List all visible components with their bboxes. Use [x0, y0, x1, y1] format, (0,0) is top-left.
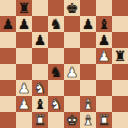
square-g8[interactable]: [96, 0, 112, 16]
piece-white-bishop[interactable]: ♝: [82, 96, 95, 112]
square-a1[interactable]: [0, 112, 16, 128]
square-e7[interactable]: [64, 16, 80, 32]
piece-black-knight[interactable]: ♞: [50, 16, 63, 32]
square-h1[interactable]: [112, 112, 128, 128]
square-c6[interactable]: ♟: [32, 32, 48, 48]
square-f3[interactable]: [80, 80, 96, 96]
square-g4[interactable]: [96, 64, 112, 80]
piece-black-pawn[interactable]: ♟: [18, 16, 31, 32]
square-f1[interactable]: ♝: [80, 112, 96, 128]
square-f6[interactable]: [80, 32, 96, 48]
square-c7[interactable]: [32, 16, 48, 32]
square-b1[interactable]: [16, 112, 32, 128]
square-d2[interactable]: ♞: [48, 96, 64, 112]
square-g3[interactable]: [96, 80, 112, 96]
square-h2[interactable]: [112, 96, 128, 112]
square-a2[interactable]: [0, 96, 16, 112]
square-b6[interactable]: [16, 32, 32, 48]
square-b4[interactable]: [16, 64, 32, 80]
square-h3[interactable]: [112, 80, 128, 96]
square-a4[interactable]: [0, 64, 16, 80]
square-h4[interactable]: [112, 64, 128, 80]
square-e3[interactable]: [64, 80, 80, 96]
square-c5[interactable]: [32, 48, 48, 64]
square-g2[interactable]: [96, 96, 112, 112]
square-d4[interactable]: ♞: [48, 64, 64, 80]
piece-white-knight[interactable]: ♞: [50, 96, 63, 112]
square-e8[interactable]: ♚: [64, 0, 80, 16]
square-b2[interactable]: ♟: [16, 96, 32, 112]
square-c8[interactable]: [32, 0, 48, 16]
square-f4[interactable]: [80, 64, 96, 80]
piece-black-pawn[interactable]: ♟: [82, 16, 95, 32]
square-a6[interactable]: [0, 32, 16, 48]
square-e1[interactable]: ♚: [64, 112, 80, 128]
piece-black-pawn[interactable]: ♟: [34, 32, 47, 48]
square-e2[interactable]: [64, 96, 80, 112]
square-e5[interactable]: [64, 48, 80, 64]
square-d8[interactable]: [48, 0, 64, 16]
piece-white-pawn[interactable]: ♟: [18, 80, 31, 96]
square-e6[interactable]: [64, 32, 80, 48]
square-g1[interactable]: ♜: [96, 112, 112, 128]
piece-black-rook[interactable]: ♜: [114, 48, 127, 64]
square-d5[interactable]: [48, 48, 64, 64]
square-d7[interactable]: ♞: [48, 16, 64, 32]
square-d6[interactable]: [48, 32, 64, 48]
square-g6[interactable]: ♟: [96, 32, 112, 48]
chess-board: ♜♚♟♟♞♟♝♟♟♟♜♞♟♟♞♟♝♞♝♜♚♝♜: [0, 0, 128, 128]
square-c4[interactable]: [32, 64, 48, 80]
piece-black-bishop[interactable]: ♝: [34, 96, 47, 112]
square-b7[interactable]: ♟: [16, 16, 32, 32]
piece-white-pawn[interactable]: ♟: [66, 64, 79, 80]
square-a7[interactable]: ♟: [0, 16, 16, 32]
piece-white-king[interactable]: ♚: [66, 112, 79, 128]
square-g7[interactable]: ♝: [96, 16, 112, 32]
square-f8[interactable]: [80, 0, 96, 16]
square-h6[interactable]: [112, 32, 128, 48]
piece-white-pawn[interactable]: ♟: [98, 48, 111, 64]
square-a3[interactable]: [0, 80, 16, 96]
square-b8[interactable]: ♜: [16, 0, 32, 16]
square-c1[interactable]: ♜: [32, 112, 48, 128]
square-f7[interactable]: ♟: [80, 16, 96, 32]
piece-black-bishop[interactable]: ♝: [98, 16, 111, 32]
piece-white-knight[interactable]: ♞: [34, 80, 47, 96]
square-d3[interactable]: [48, 80, 64, 96]
piece-black-knight[interactable]: ♞: [50, 64, 63, 80]
piece-black-pawn[interactable]: ♟: [2, 16, 15, 32]
square-a5[interactable]: [0, 48, 16, 64]
piece-black-pawn[interactable]: ♟: [98, 32, 111, 48]
square-c3[interactable]: ♞: [32, 80, 48, 96]
piece-white-rook[interactable]: ♜: [98, 112, 111, 128]
square-h8[interactable]: [112, 0, 128, 16]
square-e4[interactable]: ♟: [64, 64, 80, 80]
square-h7[interactable]: [112, 16, 128, 32]
square-b3[interactable]: ♟: [16, 80, 32, 96]
piece-black-rook[interactable]: ♜: [18, 0, 31, 16]
square-b5[interactable]: [16, 48, 32, 64]
piece-black-king[interactable]: ♚: [66, 0, 79, 16]
square-h5[interactable]: ♜: [112, 48, 128, 64]
square-d1[interactable]: [48, 112, 64, 128]
square-g5[interactable]: ♟: [96, 48, 112, 64]
square-c2[interactable]: ♝: [32, 96, 48, 112]
piece-white-pawn[interactable]: ♟: [18, 96, 31, 112]
square-a8[interactable]: [0, 0, 16, 16]
square-f5[interactable]: [80, 48, 96, 64]
square-f2[interactable]: ♝: [80, 96, 96, 112]
piece-white-rook[interactable]: ♜: [34, 112, 47, 128]
piece-white-bishop[interactable]: ♝: [82, 112, 95, 128]
